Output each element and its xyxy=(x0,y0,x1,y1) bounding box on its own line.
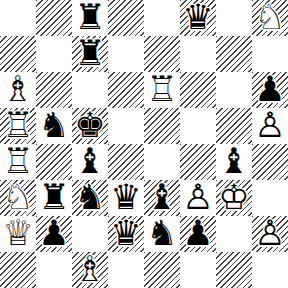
square-g4[interactable]: ♝ xyxy=(216,144,252,180)
black-bishop-icon: ♝ xyxy=(144,179,180,215)
square-g3[interactable]: ♚♔ xyxy=(216,180,252,216)
white-king-fill: ♚ xyxy=(216,179,252,215)
black-rook-icon: ♜ xyxy=(72,35,108,71)
square-g1[interactable] xyxy=(216,252,252,288)
square-h3[interactable] xyxy=(252,180,288,216)
white-bishop-icon: ♗ xyxy=(0,71,36,107)
square-b5[interactable]: ♞ xyxy=(36,108,72,144)
white-knight-icon: ♘ xyxy=(0,179,36,215)
square-f5[interactable] xyxy=(180,108,216,144)
white-pawn-fill: ♟ xyxy=(180,179,216,215)
square-e1[interactable] xyxy=(144,252,180,288)
square-h7[interactable] xyxy=(252,36,288,72)
black-queen-icon: ♛ xyxy=(108,215,144,251)
white-queen-icon: ♕ xyxy=(0,215,36,251)
square-f8[interactable]: ♛ xyxy=(180,0,216,36)
square-d5[interactable] xyxy=(108,108,144,144)
white-rook-icon: ♖ xyxy=(144,71,180,107)
white-pawn-icon: ♙ xyxy=(180,179,216,215)
square-a8[interactable] xyxy=(0,0,36,36)
square-f7[interactable] xyxy=(180,36,216,72)
square-f6[interactable] xyxy=(180,72,216,108)
square-c1[interactable]: ♝♗ xyxy=(72,252,108,288)
black-rook-icon: ♜ xyxy=(72,0,108,35)
square-b8[interactable] xyxy=(36,0,72,36)
white-rook-fill: ♜ xyxy=(0,107,36,143)
white-rook-fill: ♜ xyxy=(0,143,36,179)
square-a1[interactable] xyxy=(0,252,36,288)
white-pawn-fill: ♟ xyxy=(252,215,288,251)
white-pawn-icon: ♙ xyxy=(252,107,288,143)
square-a2[interactable]: ♛♕ xyxy=(0,216,36,252)
white-rook-icon: ♖ xyxy=(0,107,36,143)
white-pawn-fill: ♟ xyxy=(252,107,288,143)
black-pawn-icon: ♟ xyxy=(252,71,288,107)
square-g6[interactable] xyxy=(216,72,252,108)
square-h4[interactable] xyxy=(252,144,288,180)
square-h1[interactable] xyxy=(252,252,288,288)
square-g2[interactable] xyxy=(216,216,252,252)
white-bishop-fill: ♝ xyxy=(72,251,108,287)
square-c8[interactable]: ♜ xyxy=(72,0,108,36)
white-pawn-icon: ♙ xyxy=(252,215,288,251)
white-bishop-icon: ♗ xyxy=(72,251,108,287)
square-c3[interactable]: ♞ xyxy=(72,180,108,216)
black-bishop-icon: ♝ xyxy=(72,143,108,179)
square-b1[interactable] xyxy=(36,252,72,288)
white-queen-fill: ♛ xyxy=(0,215,36,251)
square-d7[interactable] xyxy=(108,36,144,72)
square-c6[interactable] xyxy=(72,72,108,108)
square-h6[interactable]: ♟ xyxy=(252,72,288,108)
square-h8[interactable]: ♞♘ xyxy=(252,0,288,36)
square-e5[interactable] xyxy=(144,108,180,144)
square-a6[interactable]: ♝♗ xyxy=(0,72,36,108)
square-e7[interactable] xyxy=(144,36,180,72)
square-h5[interactable]: ♟♙ xyxy=(252,108,288,144)
square-b6[interactable] xyxy=(36,72,72,108)
square-a3[interactable]: ♞♘ xyxy=(0,180,36,216)
white-bishop-fill: ♝ xyxy=(0,71,36,107)
square-g7[interactable] xyxy=(216,36,252,72)
square-d1[interactable] xyxy=(108,252,144,288)
square-b2[interactable]: ♟ xyxy=(36,216,72,252)
square-e2[interactable]: ♞ xyxy=(144,216,180,252)
square-e6[interactable]: ♜♖ xyxy=(144,72,180,108)
black-king-icon: ♚ xyxy=(72,107,108,143)
square-g5[interactable] xyxy=(216,108,252,144)
square-a5[interactable]: ♜♖ xyxy=(0,108,36,144)
square-f2[interactable]: ♟ xyxy=(180,216,216,252)
white-rook-icon: ♖ xyxy=(0,143,36,179)
square-f3[interactable]: ♟♙ xyxy=(180,180,216,216)
white-knight-fill: ♞ xyxy=(0,179,36,215)
square-c2[interactable] xyxy=(72,216,108,252)
square-d8[interactable] xyxy=(108,0,144,36)
black-pawn-icon: ♟ xyxy=(36,215,72,251)
square-e3[interactable]: ♝ xyxy=(144,180,180,216)
black-queen-icon: ♛ xyxy=(108,179,144,215)
square-c4[interactable]: ♝ xyxy=(72,144,108,180)
square-h2[interactable]: ♟♙ xyxy=(252,216,288,252)
black-knight-icon: ♞ xyxy=(144,215,180,251)
white-knight-icon: ♘ xyxy=(252,0,288,35)
square-c5[interactable]: ♚ xyxy=(72,108,108,144)
square-f4[interactable] xyxy=(180,144,216,180)
square-b4[interactable] xyxy=(36,144,72,180)
square-b7[interactable] xyxy=(36,36,72,72)
black-queen-icon: ♛ xyxy=(180,0,216,35)
chess-board: ♜♛♞♘♜♝♗♜♖♟♜♖♞♚♟♙♜♖♝♝♞♘♜♞♛♝♟♙♚♔♛♕♟♛♞♟♟♙♝♗ xyxy=(0,0,288,288)
black-pawn-icon: ♟ xyxy=(180,215,216,251)
black-knight-icon: ♞ xyxy=(36,107,72,143)
square-d6[interactable] xyxy=(108,72,144,108)
black-rook-icon: ♜ xyxy=(36,179,72,215)
black-bishop-icon: ♝ xyxy=(216,143,252,179)
square-d4[interactable] xyxy=(108,144,144,180)
square-f1[interactable] xyxy=(180,252,216,288)
square-e8[interactable] xyxy=(144,0,180,36)
white-rook-fill: ♜ xyxy=(144,71,180,107)
square-c7[interactable]: ♜ xyxy=(72,36,108,72)
square-d3[interactable]: ♛ xyxy=(108,180,144,216)
black-knight-icon: ♞ xyxy=(72,179,108,215)
square-g8[interactable] xyxy=(216,0,252,36)
square-a4[interactable]: ♜♖ xyxy=(0,144,36,180)
white-king-icon: ♔ xyxy=(216,179,252,215)
square-b3[interactable]: ♜ xyxy=(36,180,72,216)
square-a7[interactable] xyxy=(0,36,36,72)
square-d2[interactable]: ♛ xyxy=(108,216,144,252)
square-e4[interactable] xyxy=(144,144,180,180)
white-knight-fill: ♞ xyxy=(252,0,288,35)
